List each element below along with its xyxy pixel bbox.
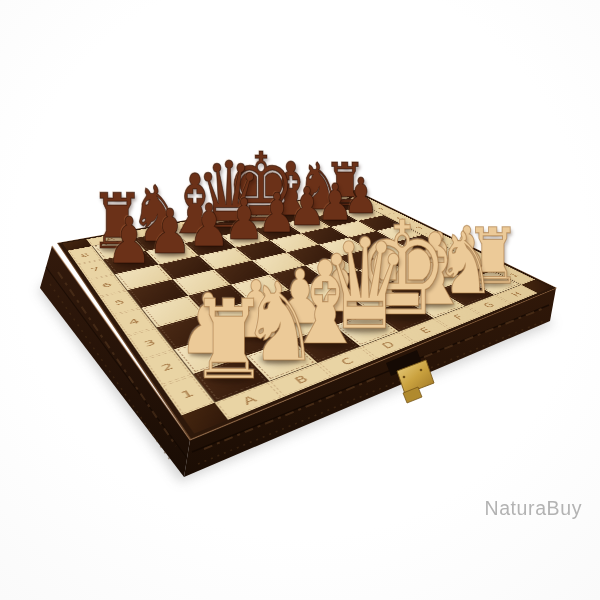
- clasp-screw: [403, 376, 406, 379]
- clasp-screw: [420, 369, 423, 372]
- watermark-naturabuy: NaturaBuy: [484, 497, 582, 520]
- product-photo-stage: AA11BB22CC33DD44EE55FF66GG77HH88 ♜♞♝♛♚♝♞…: [0, 0, 600, 600]
